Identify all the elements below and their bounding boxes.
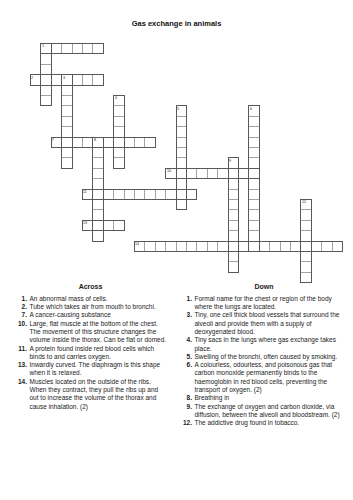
grid-cell-r21c19[interactable] xyxy=(228,261,239,272)
clue-text: Breathing in xyxy=(195,394,350,402)
down-clue-6: 6.A colourless, odourless, and poisonous… xyxy=(179,361,349,394)
grid-cell-r3c6[interactable] xyxy=(92,74,103,85)
clue-number: 2. xyxy=(14,303,27,311)
grid-cell-r9c11[interactable] xyxy=(144,137,155,148)
clue-number: 9. xyxy=(179,403,192,420)
clue-text: Large, flat muscle at the bottom of the … xyxy=(30,320,168,345)
page-title: Gas exchange in animals xyxy=(0,19,353,28)
clue-number: 3. xyxy=(179,311,192,336)
grid-cell-r5c1[interactable] xyxy=(40,95,51,106)
clue-text: The addictive drug found in tobacco. xyxy=(195,419,350,427)
clue-number: 1. xyxy=(14,295,27,303)
down-clue-1: 1.Formal name for the chest or region of… xyxy=(179,295,349,312)
across-clue-11: 11.A protein found inside red blood cell… xyxy=(14,345,167,362)
across-clues-section: Across 1.An abnormal mass of cells.2.Tub… xyxy=(14,283,167,411)
down-clue-list: 1.Formal name for the chest or region of… xyxy=(179,295,349,428)
grid-cell-r11c8[interactable] xyxy=(113,157,124,168)
clue-text: The exchange of oxygen and carbon dioxid… xyxy=(195,403,350,420)
clue-text: A protein found inside red blood cells w… xyxy=(30,345,168,362)
grid-cell-r19c29[interactable] xyxy=(332,241,343,252)
down-clues-section: Down 1.Formal name for the chest or regi… xyxy=(179,283,349,428)
clue-text: Tube which takes air from mouth to bronc… xyxy=(30,303,168,311)
clue-number: 7. xyxy=(14,311,27,319)
crossword-grid: 1234567891011121314 xyxy=(30,43,343,283)
clue-number: 4. xyxy=(179,336,192,353)
worksheet-page: Gas exchange in animals 1234567891011121… xyxy=(0,0,353,500)
clue-text: Inwardly curved. The diaphragm is this s… xyxy=(30,361,168,378)
across-clue-7: 7.A cancer-causing substance xyxy=(14,311,167,319)
clue-number: 5. xyxy=(179,353,192,361)
grid-cell-r18c6[interactable] xyxy=(92,230,103,241)
across-clue-1: 1.An abnormal mass of cells. xyxy=(14,295,167,303)
across-clue-14: 14.Muscles located on the outside of the… xyxy=(14,378,167,411)
clue-text: A cancer-causing substance xyxy=(30,311,168,319)
clue-number: 13. xyxy=(14,361,27,378)
clue-text: A colourless, odourless, and poisonous g… xyxy=(195,361,350,394)
across-clue-10: 10.Large, flat muscle at the bottom of t… xyxy=(14,320,167,345)
clue-number: 6. xyxy=(179,361,192,394)
grid-cell-r11c3[interactable] xyxy=(61,157,72,168)
clue-text: Muscles located on the outside of the ri… xyxy=(30,378,168,411)
clue-text: An abnormal mass of cells. xyxy=(30,295,168,303)
clue-number: 12. xyxy=(179,419,192,427)
grid-cell-r14c15[interactable] xyxy=(186,189,197,200)
clue-number: 14. xyxy=(14,378,27,411)
clue-number: 1. xyxy=(179,295,192,312)
across-clue-list: 1.An abnormal mass of cells.2.Tube which… xyxy=(14,295,167,411)
clue-text: Formal name for the chest or region of t… xyxy=(195,295,350,312)
clue-number: 11. xyxy=(14,345,27,362)
across-clue-13: 13.Inwardly curved. The diaphragm is thi… xyxy=(14,361,167,378)
clue-text: Tiny sacs in the lungs where gas exchang… xyxy=(195,336,350,353)
clue-text: Tiny, one cell thick blood vessels that … xyxy=(195,311,350,336)
down-clue-3: 3.Tiny, one cell thick blood vessels tha… xyxy=(179,311,349,336)
grid-cell-r22c26[interactable] xyxy=(300,272,311,283)
clue-text: Swelling of the bronchi, often caused by… xyxy=(195,353,350,361)
down-header: Down xyxy=(179,283,349,291)
across-header: Across xyxy=(14,283,167,291)
down-clue-9: 9.The exchange of oxygen and carbon diox… xyxy=(179,403,349,420)
down-clue-5: 5.Swelling of the bronchi, often caused … xyxy=(179,353,349,361)
clue-number: 8. xyxy=(179,394,192,402)
down-clue-12: 12.The addictive drug found in tobacco. xyxy=(179,419,349,427)
down-clue-4: 4.Tiny sacs in the lungs where gas excha… xyxy=(179,336,349,353)
grid-cell-r17c8[interactable] xyxy=(113,220,124,231)
down-clue-8: 8.Breathing in xyxy=(179,394,349,402)
across-clue-2: 2.Tube which takes air from mouth to bro… xyxy=(14,303,167,311)
clue-number: 10. xyxy=(14,320,27,345)
grid-cell-r15c14[interactable] xyxy=(176,199,187,210)
grid-cell-r0c6[interactable] xyxy=(92,43,103,54)
